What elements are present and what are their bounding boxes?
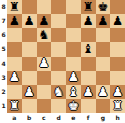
file-label-f: f [81,113,96,123]
square-g7[interactable]: ♟ [96,14,111,28]
square-c4[interactable]: ♟ [37,57,52,71]
rank-label-3: 3 [0,71,7,85]
square-h4[interactable] [110,57,125,71]
square-e2[interactable]: ♝ [66,85,81,99]
square-c6[interactable]: ♞ [37,28,52,42]
piece-black-pawn[interactable]: ♟ [110,14,125,28]
square-e5[interactable] [66,42,81,56]
square-f8[interactable]: ♜ [81,0,96,14]
file-label-e: e [66,113,81,123]
square-f7[interactable]: ♟ [81,14,96,28]
file-label-a: a [7,113,22,123]
square-a6[interactable] [7,28,22,42]
rank-label-1: 1 [0,99,7,113]
square-f2[interactable]: ♟ [81,85,96,99]
square-h6[interactable] [110,28,125,42]
piece-black-bishop[interactable]: ♝ [81,42,96,56]
square-c3[interactable] [37,71,52,85]
square-a1[interactable]: ♜ [7,99,22,113]
square-b3[interactable] [22,71,37,85]
piece-white-pawn[interactable]: ♟ [81,85,96,99]
piece-white-bishop[interactable]: ♝ [66,85,81,99]
square-a8[interactable]: ♜ [7,0,22,14]
square-d2[interactable]: ♞ [51,85,66,99]
square-e6[interactable] [66,28,81,42]
rank-label-7: 7 [0,14,7,28]
piece-white-pawn[interactable]: ♟ [110,85,125,99]
board-layout: 87654321 ♜♜♚♟♟♟♟♟♟♞♝♟♟♟♟♞♝♟♟♟♜♚♜ abcdefg… [0,0,125,123]
piece-white-rook[interactable]: ♜ [110,99,125,113]
piece-white-king[interactable]: ♚ [66,99,81,113]
square-g2[interactable]: ♟ [96,85,111,99]
square-b4[interactable] [22,57,37,71]
square-e8[interactable] [66,0,81,14]
square-g3[interactable] [96,71,111,85]
square-a2[interactable] [7,85,22,99]
square-d4[interactable] [51,57,66,71]
square-h7[interactable]: ♟ [110,14,125,28]
square-g1[interactable] [96,99,111,113]
piece-black-knight[interactable]: ♞ [37,28,52,42]
square-a3[interactable]: ♟ [7,71,22,85]
square-c2[interactable] [37,85,52,99]
square-b1[interactable] [22,99,37,113]
square-f5[interactable]: ♝ [81,42,96,56]
piece-white-pawn[interactable]: ♟ [7,71,22,85]
piece-black-pawn[interactable]: ♟ [7,14,22,28]
square-e3[interactable]: ♟ [66,71,81,85]
square-h1[interactable]: ♜ [110,99,125,113]
piece-white-rook[interactable]: ♜ [7,99,22,113]
square-g8[interactable]: ♚ [96,0,111,14]
square-h5[interactable] [110,42,125,56]
square-h8[interactable] [110,0,125,14]
square-d1[interactable] [51,99,66,113]
piece-white-knight[interactable]: ♞ [51,85,66,99]
chess-board-app: 87654321 ♜♜♚♟♟♟♟♟♟♞♝♟♟♟♟♞♝♟♟♟♜♚♜ abcdefg… [0,0,125,123]
file-label-h: h [110,113,125,123]
rank-label-2: 2 [0,85,7,99]
piece-black-pawn[interactable]: ♟ [96,14,111,28]
square-f1[interactable] [81,99,96,113]
rank-label-5: 5 [0,42,7,56]
piece-black-rook[interactable]: ♜ [81,0,96,14]
square-d7[interactable] [51,14,66,28]
square-f3[interactable] [81,71,96,85]
square-b2[interactable]: ♟ [22,85,37,99]
piece-black-pawn[interactable]: ♟ [22,14,37,28]
file-label-b: b [22,113,37,123]
square-f4[interactable] [81,57,96,71]
piece-white-pawn[interactable]: ♟ [22,85,37,99]
square-e1[interactable]: ♚ [66,99,81,113]
square-g5[interactable] [96,42,111,56]
file-label-d: d [51,113,66,123]
square-b5[interactable] [22,42,37,56]
square-e7[interactable] [66,14,81,28]
square-g4[interactable] [96,57,111,71]
piece-black-king[interactable]: ♚ [96,0,111,14]
file-label-c: c [37,113,52,123]
piece-black-pawn[interactable]: ♟ [81,14,96,28]
piece-white-pawn[interactable]: ♟ [66,71,81,85]
square-h3[interactable] [110,71,125,85]
square-b8[interactable] [22,0,37,14]
square-b7[interactable]: ♟ [22,14,37,28]
piece-white-pawn[interactable]: ♟ [96,85,111,99]
file-labels: abcdefgh [7,113,125,123]
square-a5[interactable] [7,42,22,56]
square-h2[interactable]: ♟ [110,85,125,99]
piece-white-pawn[interactable]: ♟ [37,57,52,71]
rank-label-4: 4 [0,57,7,71]
square-d8[interactable] [51,0,66,14]
square-c8[interactable] [37,0,52,14]
square-a7[interactable]: ♟ [7,14,22,28]
piece-black-rook[interactable]: ♜ [7,0,22,14]
square-c1[interactable] [37,99,52,113]
square-g6[interactable] [96,28,111,42]
square-d5[interactable] [51,42,66,56]
square-b6[interactable] [22,28,37,42]
square-d3[interactable] [51,71,66,85]
rank-label-6: 6 [0,28,7,42]
margin-corner [0,113,7,123]
square-d6[interactable] [51,28,66,42]
chess-board: ♜♜♚♟♟♟♟♟♟♞♝♟♟♟♟♞♝♟♟♟♜♚♜ [7,0,125,113]
rank-labels: 87654321 [0,0,7,113]
rank-label-8: 8 [0,0,7,14]
file-label-g: g [96,113,111,123]
